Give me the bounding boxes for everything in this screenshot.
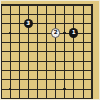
grid-line-vertical-11	[91, 4, 93, 100]
grid-line-vertical-6	[46, 4, 47, 100]
grid-line-vertical-5	[37, 4, 38, 100]
move-number-label: 1	[72, 30, 76, 36]
diagram-crop-frame	[0, 0, 100, 100]
grid-line-vertical-7	[55, 4, 56, 100]
go-board-diagram: 123	[0, 0, 100, 100]
grid-line-vertical-1	[1, 4, 2, 100]
grid-line-vertical-2	[10, 4, 11, 100]
stone-black-1-R16: 1	[69, 28, 78, 37]
move-number-label: 3	[26, 21, 30, 27]
move-number-label: 2	[54, 30, 58, 36]
grid-line-vertical-3	[19, 4, 20, 100]
stone-black-3-M17: 3	[24, 19, 33, 28]
grid-line-vertical-10	[83, 4, 84, 100]
grid-line-vertical-9	[73, 4, 74, 100]
stone-white-2-P16: 2	[51, 28, 60, 37]
grid-line-vertical-8	[64, 4, 65, 100]
